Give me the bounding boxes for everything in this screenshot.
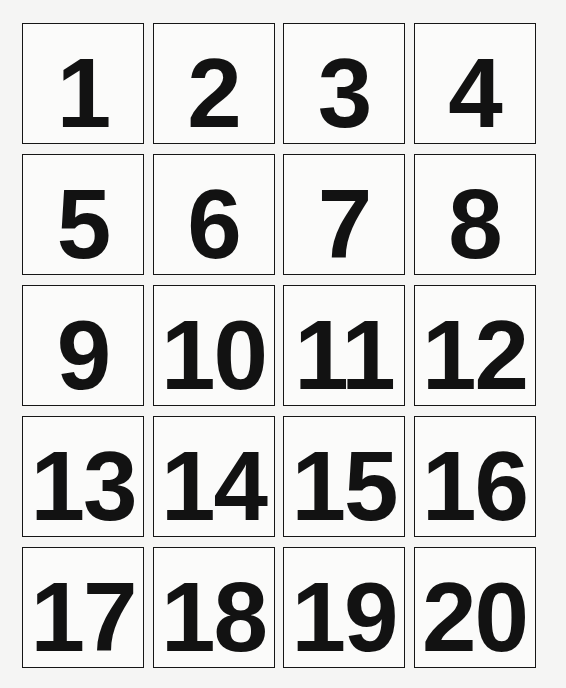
number-card-1: 1: [22, 23, 144, 144]
card-number-17: 17: [30, 568, 135, 666]
number-card-14: 14: [153, 416, 275, 537]
number-card-8: 8: [414, 154, 536, 275]
number-card-16: 16: [414, 416, 536, 537]
number-card-10: 10: [153, 285, 275, 406]
card-number-1: 1: [57, 44, 110, 142]
card-number-9: 9: [57, 306, 110, 404]
card-number-13: 13: [30, 437, 135, 535]
card-number-15: 15: [291, 437, 396, 535]
card-number-3: 3: [318, 44, 371, 142]
card-number-2: 2: [187, 44, 240, 142]
number-card-13: 13: [22, 416, 144, 537]
number-card-20: 20: [414, 547, 536, 668]
number-grid: 1 2 3 4 5 6 7 8 9 10 11: [22, 23, 536, 668]
card-number-18: 18: [161, 568, 266, 666]
number-card-5: 5: [22, 154, 144, 275]
number-card-6: 6: [153, 154, 275, 275]
card-number-7: 7: [318, 175, 371, 273]
number-card-18: 18: [153, 547, 275, 668]
number-card-3: 3: [283, 23, 405, 144]
card-number-10: 10: [161, 306, 266, 404]
card-number-8: 8: [448, 175, 501, 273]
number-card-11: 11: [283, 285, 405, 406]
flashcard-sheet: 1 2 3 4 5 6 7 8 9 10 11: [0, 0, 566, 688]
number-card-12: 12: [414, 285, 536, 406]
number-card-15: 15: [283, 416, 405, 537]
number-card-9: 9: [22, 285, 144, 406]
card-number-11: 11: [294, 306, 394, 404]
number-card-2: 2: [153, 23, 275, 144]
number-card-19: 19: [283, 547, 405, 668]
card-number-16: 16: [422, 437, 527, 535]
number-card-7: 7: [283, 154, 405, 275]
card-number-20: 20: [422, 568, 527, 666]
number-card-4: 4: [414, 23, 536, 144]
card-number-4: 4: [448, 44, 501, 142]
card-number-14: 14: [161, 437, 266, 535]
card-number-5: 5: [57, 175, 110, 273]
card-number-12: 12: [422, 306, 527, 404]
card-number-19: 19: [291, 568, 396, 666]
card-number-6: 6: [187, 175, 240, 273]
number-card-17: 17: [22, 547, 144, 668]
